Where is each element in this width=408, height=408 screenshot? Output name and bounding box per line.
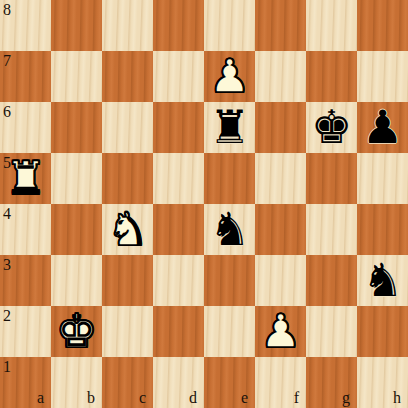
- piece-black-knight[interactable]: ♞: [209, 204, 250, 255]
- square-c5[interactable]: [102, 153, 153, 204]
- square-e4[interactable]: ♞: [204, 204, 255, 255]
- square-d4[interactable]: [153, 204, 204, 255]
- square-g8[interactable]: [306, 0, 357, 51]
- square-b2[interactable]: ♚: [51, 306, 102, 357]
- square-h1[interactable]: h: [357, 357, 408, 408]
- square-g3[interactable]: [306, 255, 357, 306]
- square-a4[interactable]: 4: [0, 204, 51, 255]
- square-d5[interactable]: [153, 153, 204, 204]
- square-e6[interactable]: ♜: [204, 102, 255, 153]
- square-b3[interactable]: [51, 255, 102, 306]
- square-e5[interactable]: [204, 153, 255, 204]
- square-a6[interactable]: 6: [0, 102, 51, 153]
- square-c3[interactable]: [102, 255, 153, 306]
- file-label-e: e: [241, 390, 248, 406]
- square-g6[interactable]: ♚: [306, 102, 357, 153]
- square-c6[interactable]: [102, 102, 153, 153]
- square-e7[interactable]: ♟: [204, 51, 255, 102]
- square-g7[interactable]: [306, 51, 357, 102]
- file-label-g: g: [342, 390, 350, 406]
- square-f4[interactable]: [255, 204, 306, 255]
- square-d2[interactable]: [153, 306, 204, 357]
- rank-label-3: 3: [3, 257, 11, 273]
- square-f2[interactable]: ♟: [255, 306, 306, 357]
- square-c7[interactable]: [102, 51, 153, 102]
- square-e1[interactable]: e: [204, 357, 255, 408]
- rank-label-2: 2: [3, 308, 11, 324]
- file-label-c: c: [139, 390, 146, 406]
- square-d3[interactable]: [153, 255, 204, 306]
- square-a3[interactable]: 3: [0, 255, 51, 306]
- square-d7[interactable]: [153, 51, 204, 102]
- rank-label-5: 5: [3, 155, 11, 171]
- piece-white-king[interactable]: ♚: [56, 306, 97, 357]
- square-e8[interactable]: [204, 0, 255, 51]
- square-h5[interactable]: [357, 153, 408, 204]
- rank-label-1: 1: [3, 359, 11, 375]
- square-g4[interactable]: [306, 204, 357, 255]
- piece-black-pawn[interactable]: ♟: [362, 102, 403, 153]
- square-a8[interactable]: 8: [0, 0, 51, 51]
- file-label-f: f: [294, 390, 299, 406]
- square-d6[interactable]: [153, 102, 204, 153]
- rank-label-6: 6: [3, 104, 11, 120]
- square-a1[interactable]: 1a: [0, 357, 51, 408]
- square-c2[interactable]: [102, 306, 153, 357]
- square-d1[interactable]: d: [153, 357, 204, 408]
- file-label-b: b: [87, 390, 95, 406]
- square-c1[interactable]: c: [102, 357, 153, 408]
- square-d8[interactable]: [153, 0, 204, 51]
- square-g2[interactable]: [306, 306, 357, 357]
- square-f8[interactable]: [255, 0, 306, 51]
- square-a2[interactable]: 2: [0, 306, 51, 357]
- file-label-h: h: [393, 390, 401, 406]
- square-h2[interactable]: [357, 306, 408, 357]
- square-b4[interactable]: [51, 204, 102, 255]
- file-label-a: a: [37, 390, 44, 406]
- square-f6[interactable]: [255, 102, 306, 153]
- square-f3[interactable]: [255, 255, 306, 306]
- square-e3[interactable]: [204, 255, 255, 306]
- rank-label-7: 7: [3, 53, 11, 69]
- square-g5[interactable]: [306, 153, 357, 204]
- square-f5[interactable]: [255, 153, 306, 204]
- square-a5[interactable]: 5♜: [0, 153, 51, 204]
- square-b6[interactable]: [51, 102, 102, 153]
- piece-black-rook[interactable]: ♜: [209, 102, 250, 153]
- square-h4[interactable]: [357, 204, 408, 255]
- piece-white-pawn[interactable]: ♟: [260, 306, 301, 357]
- chess-board-wrapper: 87♟6♜♚♟5♜4♞♞3♞2♚♟1abcdefgh: [0, 0, 408, 408]
- rank-label-4: 4: [3, 206, 11, 222]
- piece-black-king[interactable]: ♚: [311, 102, 352, 153]
- rank-label-8: 8: [3, 2, 11, 18]
- square-h6[interactable]: ♟: [357, 102, 408, 153]
- chess-board: 87♟6♜♚♟5♜4♞♞3♞2♚♟1abcdefgh: [0, 0, 408, 408]
- square-e2[interactable]: [204, 306, 255, 357]
- square-h7[interactable]: [357, 51, 408, 102]
- square-h3[interactable]: ♞: [357, 255, 408, 306]
- piece-white-rook[interactable]: ♜: [5, 153, 46, 204]
- square-b7[interactable]: [51, 51, 102, 102]
- piece-white-pawn[interactable]: ♟: [209, 51, 250, 102]
- square-f7[interactable]: [255, 51, 306, 102]
- square-c4[interactable]: ♞: [102, 204, 153, 255]
- square-f1[interactable]: f: [255, 357, 306, 408]
- square-b1[interactable]: b: [51, 357, 102, 408]
- square-g1[interactable]: g: [306, 357, 357, 408]
- square-a7[interactable]: 7: [0, 51, 51, 102]
- file-label-d: d: [189, 390, 197, 406]
- piece-white-knight[interactable]: ♞: [107, 204, 148, 255]
- square-b8[interactable]: [51, 0, 102, 51]
- square-b5[interactable]: [51, 153, 102, 204]
- piece-black-knight[interactable]: ♞: [362, 255, 403, 306]
- square-c8[interactable]: [102, 0, 153, 51]
- square-h8[interactable]: [357, 0, 408, 51]
